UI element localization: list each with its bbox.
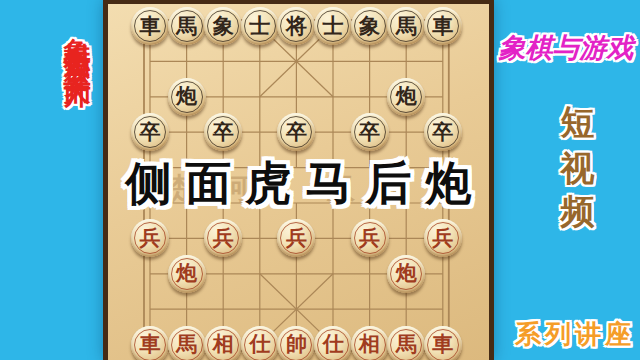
piece-glyph: 車	[140, 334, 161, 355]
piece-black-soldier[interactable]: 卒	[424, 113, 462, 151]
piece-black-cannon[interactable]: 炮	[387, 78, 425, 116]
piece-glyph: 炮	[396, 263, 417, 284]
piece-glyph: 卒	[359, 122, 380, 143]
piece-black-soldier[interactable]: 卒	[131, 113, 169, 151]
piece-black-chariot[interactable]: 車	[131, 7, 169, 45]
piece-glyph: 兵	[140, 228, 161, 249]
left-banner-text: 象棋布局百变弃子大师	[59, 16, 95, 352]
piece-glyph: 象	[213, 16, 234, 37]
piece-red-advisor[interactable]: 仕	[241, 326, 279, 360]
piece-glyph: 卒	[432, 122, 453, 143]
piece-red-advisor[interactable]: 仕	[314, 326, 352, 360]
title-overlay: 侧面虎马后炮	[103, 153, 494, 215]
piece-black-advisor[interactable]: 士	[241, 7, 279, 45]
piece-glyph: 車	[140, 16, 161, 37]
piece-black-elephant[interactable]: 象	[204, 7, 242, 45]
piece-glyph: 卒	[286, 122, 307, 143]
piece-red-elephant[interactable]: 相	[204, 326, 242, 360]
piece-black-chariot[interactable]: 車	[424, 7, 462, 45]
piece-glyph: 卒	[140, 122, 161, 143]
piece-glyph: 兵	[359, 228, 380, 249]
piece-glyph: 兵	[213, 228, 234, 249]
piece-black-elephant[interactable]: 象	[351, 7, 389, 45]
piece-red-elephant[interactable]: 相	[351, 326, 389, 360]
thumbnail-root: 象棋布局百变弃子大师 楚河 汉界 車馬象士将士象馬車炮炮卒卒卒卒卒兵兵兵兵兵炮炮…	[0, 0, 640, 360]
piece-glyph: 相	[213, 334, 234, 355]
piece-red-chariot[interactable]: 車	[131, 326, 169, 360]
piece-glyph: 卒	[213, 122, 234, 143]
piece-glyph: 馬	[396, 16, 417, 37]
piece-red-horse[interactable]: 馬	[168, 326, 206, 360]
piece-glyph: 兵	[432, 228, 453, 249]
piece-red-horse[interactable]: 馬	[387, 326, 425, 360]
piece-glyph: 仕	[249, 334, 270, 355]
piece-red-cannon[interactable]: 炮	[168, 255, 206, 293]
piece-red-chariot[interactable]: 車	[424, 326, 462, 360]
piece-glyph: 士	[249, 16, 270, 37]
piece-black-advisor[interactable]: 士	[314, 7, 352, 45]
piece-glyph: 炮	[176, 86, 197, 107]
piece-glyph: 相	[359, 334, 380, 355]
piece-glyph: 仕	[323, 334, 344, 355]
piece-glyph: 帥	[286, 334, 307, 355]
piece-glyph: 炮	[396, 86, 417, 107]
piece-glyph: 車	[432, 16, 453, 37]
piece-glyph: 馬	[176, 16, 197, 37]
piece-glyph: 車	[432, 334, 453, 355]
piece-red-soldier[interactable]: 兵	[351, 219, 389, 257]
channel-name: 象棋与游戏	[492, 30, 640, 66]
piece-red-cannon[interactable]: 炮	[387, 255, 425, 293]
piece-glyph: 馬	[176, 334, 197, 355]
piece-glyph: 馬	[396, 334, 417, 355]
piece-black-soldier[interactable]: 卒	[351, 113, 389, 151]
piece-red-soldier[interactable]: 兵	[424, 219, 462, 257]
piece-black-cannon[interactable]: 炮	[168, 78, 206, 116]
banner-short-video: 短视频	[554, 78, 600, 338]
piece-glyph: 将	[286, 16, 307, 37]
piece-glyph: 兵	[286, 228, 307, 249]
piece-black-horse[interactable]: 馬	[387, 7, 425, 45]
banner-series: 系列讲座	[510, 317, 640, 352]
piece-glyph: 炮	[176, 263, 197, 284]
piece-black-horse[interactable]: 馬	[168, 7, 206, 45]
piece-glyph: 象	[359, 16, 380, 37]
piece-glyph: 士	[323, 16, 344, 37]
